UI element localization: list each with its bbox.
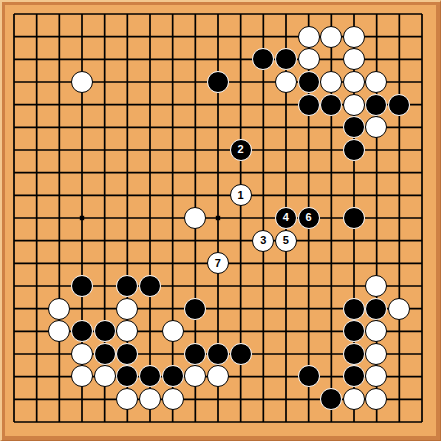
intersection-8-16[interactable] bbox=[184, 365, 207, 388]
intersection-12-3[interactable] bbox=[275, 71, 298, 94]
intersection-16-15[interactable] bbox=[365, 343, 388, 366]
intersection-14-17[interactable] bbox=[320, 388, 343, 411]
intersection-6-4[interactable] bbox=[139, 93, 162, 116]
intersection-13-3[interactable] bbox=[297, 71, 320, 94]
intersection-6-13[interactable] bbox=[139, 297, 162, 320]
intersection-4-16[interactable] bbox=[93, 365, 116, 388]
intersection-1-8[interactable] bbox=[25, 184, 48, 207]
intersection-8-2[interactable] bbox=[184, 48, 207, 71]
intersection-9-2[interactable] bbox=[207, 48, 230, 71]
intersection-10-0[interactable] bbox=[229, 3, 252, 26]
intersection-6-3[interactable] bbox=[139, 71, 162, 94]
intersection-6-11[interactable] bbox=[139, 252, 162, 275]
intersection-12-1[interactable] bbox=[275, 25, 298, 48]
intersection-15-1[interactable] bbox=[343, 25, 366, 48]
intersection-0-6[interactable] bbox=[3, 139, 26, 162]
intersection-8-18[interactable] bbox=[184, 410, 207, 433]
intersection-15-8[interactable] bbox=[343, 184, 366, 207]
intersection-15-18[interactable] bbox=[343, 410, 366, 433]
intersection-11-9[interactable] bbox=[252, 207, 275, 230]
intersection-14-2[interactable] bbox=[320, 48, 343, 71]
intersection-2-18[interactable] bbox=[48, 410, 71, 433]
intersection-4-11[interactable] bbox=[93, 252, 116, 275]
intersection-16-8[interactable] bbox=[365, 184, 388, 207]
intersection-6-17[interactable] bbox=[139, 388, 162, 411]
intersection-15-17[interactable] bbox=[343, 388, 366, 411]
intersection-11-18[interactable] bbox=[252, 410, 275, 433]
intersection-7-8[interactable] bbox=[161, 184, 184, 207]
intersection-5-18[interactable] bbox=[116, 410, 139, 433]
intersection-1-1[interactable] bbox=[25, 25, 48, 48]
intersection-14-7[interactable] bbox=[320, 161, 343, 184]
intersection-10-9[interactable] bbox=[229, 207, 252, 230]
intersection-7-14[interactable] bbox=[161, 320, 184, 343]
intersection-17-15[interactable] bbox=[388, 343, 411, 366]
intersection-2-12[interactable] bbox=[48, 275, 71, 298]
intersection-15-0[interactable] bbox=[343, 3, 366, 26]
intersection-18-5[interactable] bbox=[410, 116, 433, 139]
intersection-8-3[interactable] bbox=[184, 71, 207, 94]
intersection-12-12[interactable] bbox=[275, 275, 298, 298]
intersection-9-1[interactable] bbox=[207, 25, 230, 48]
intersection-4-6[interactable] bbox=[93, 139, 116, 162]
intersection-12-4[interactable] bbox=[275, 93, 298, 116]
intersection-0-5[interactable] bbox=[3, 116, 26, 139]
intersection-12-14[interactable] bbox=[275, 320, 298, 343]
intersection-7-4[interactable] bbox=[161, 93, 184, 116]
intersection-7-6[interactable] bbox=[161, 139, 184, 162]
intersection-7-13[interactable] bbox=[161, 297, 184, 320]
intersection-10-11[interactable] bbox=[229, 252, 252, 275]
intersection-17-5[interactable] bbox=[388, 116, 411, 139]
intersection-8-4[interactable] bbox=[184, 93, 207, 116]
intersection-8-6[interactable] bbox=[184, 139, 207, 162]
intersection-12-18[interactable] bbox=[275, 410, 298, 433]
intersection-3-13[interactable] bbox=[71, 297, 94, 320]
intersection-17-2[interactable] bbox=[388, 48, 411, 71]
intersection-18-4[interactable] bbox=[410, 93, 433, 116]
intersection-10-12[interactable] bbox=[229, 275, 252, 298]
intersection-11-3[interactable] bbox=[252, 71, 275, 94]
intersection-16-6[interactable] bbox=[365, 139, 388, 162]
intersection-2-6[interactable] bbox=[48, 139, 71, 162]
intersection-16-3[interactable] bbox=[365, 71, 388, 94]
intersection-5-6[interactable] bbox=[116, 139, 139, 162]
intersection-6-0[interactable] bbox=[139, 3, 162, 26]
intersection-14-3[interactable] bbox=[320, 71, 343, 94]
intersection-8-12[interactable] bbox=[184, 275, 207, 298]
intersection-6-5[interactable] bbox=[139, 116, 162, 139]
intersection-15-15[interactable] bbox=[343, 343, 366, 366]
intersection-13-1[interactable] bbox=[297, 25, 320, 48]
intersection-13-10[interactable] bbox=[297, 229, 320, 252]
intersection-12-9[interactable]: 4 bbox=[275, 207, 298, 230]
intersection-1-14[interactable] bbox=[25, 320, 48, 343]
intersection-7-3[interactable] bbox=[161, 71, 184, 94]
intersection-8-14[interactable] bbox=[184, 320, 207, 343]
intersection-18-0[interactable] bbox=[410, 3, 433, 26]
intersection-10-4[interactable] bbox=[229, 93, 252, 116]
intersection-3-8[interactable] bbox=[71, 184, 94, 207]
intersection-17-1[interactable] bbox=[388, 25, 411, 48]
intersection-11-0[interactable] bbox=[252, 3, 275, 26]
intersection-0-18[interactable] bbox=[3, 410, 26, 433]
intersection-17-11[interactable] bbox=[388, 252, 411, 275]
intersection-13-2[interactable] bbox=[297, 48, 320, 71]
intersection-9-14[interactable] bbox=[207, 320, 230, 343]
intersection-16-17[interactable] bbox=[365, 388, 388, 411]
intersection-11-14[interactable] bbox=[252, 320, 275, 343]
intersection-3-9[interactable] bbox=[71, 207, 94, 230]
intersection-0-16[interactable] bbox=[3, 365, 26, 388]
intersection-4-14[interactable] bbox=[93, 320, 116, 343]
intersection-4-10[interactable] bbox=[93, 229, 116, 252]
intersection-2-4[interactable] bbox=[48, 93, 71, 116]
intersection-2-3[interactable] bbox=[48, 71, 71, 94]
intersection-5-17[interactable] bbox=[116, 388, 139, 411]
intersection-6-1[interactable] bbox=[139, 25, 162, 48]
intersection-13-5[interactable] bbox=[297, 116, 320, 139]
intersection-8-8[interactable] bbox=[184, 184, 207, 207]
intersection-3-17[interactable] bbox=[71, 388, 94, 411]
intersection-9-10[interactable] bbox=[207, 229, 230, 252]
intersection-11-16[interactable] bbox=[252, 365, 275, 388]
intersection-7-9[interactable] bbox=[161, 207, 184, 230]
intersection-12-7[interactable] bbox=[275, 161, 298, 184]
intersection-0-0[interactable] bbox=[3, 3, 26, 26]
intersection-14-15[interactable] bbox=[320, 343, 343, 366]
intersection-12-17[interactable] bbox=[275, 388, 298, 411]
intersection-2-0[interactable] bbox=[48, 3, 71, 26]
intersection-17-9[interactable] bbox=[388, 207, 411, 230]
intersection-11-2[interactable] bbox=[252, 48, 275, 71]
intersection-12-2[interactable] bbox=[275, 48, 298, 71]
intersection-15-7[interactable] bbox=[343, 161, 366, 184]
intersection-2-10[interactable] bbox=[48, 229, 71, 252]
intersection-0-8[interactable] bbox=[3, 184, 26, 207]
intersection-17-4[interactable] bbox=[388, 93, 411, 116]
intersection-16-12[interactable] bbox=[365, 275, 388, 298]
intersection-0-14[interactable] bbox=[3, 320, 26, 343]
intersection-8-9[interactable] bbox=[184, 207, 207, 230]
intersection-1-3[interactable] bbox=[25, 71, 48, 94]
intersection-7-10[interactable] bbox=[161, 229, 184, 252]
intersection-13-16[interactable] bbox=[297, 365, 320, 388]
intersection-7-2[interactable] bbox=[161, 48, 184, 71]
intersection-8-1[interactable] bbox=[184, 25, 207, 48]
intersection-7-17[interactable] bbox=[161, 388, 184, 411]
intersection-14-18[interactable] bbox=[320, 410, 343, 433]
intersection-9-12[interactable] bbox=[207, 275, 230, 298]
intersection-18-12[interactable] bbox=[410, 275, 433, 298]
intersection-5-12[interactable] bbox=[116, 275, 139, 298]
intersection-12-6[interactable] bbox=[275, 139, 298, 162]
intersection-6-15[interactable] bbox=[139, 343, 162, 366]
intersection-18-18[interactable] bbox=[410, 410, 433, 433]
intersection-10-5[interactable] bbox=[229, 116, 252, 139]
intersection-9-13[interactable] bbox=[207, 297, 230, 320]
intersection-13-6[interactable] bbox=[297, 139, 320, 162]
intersection-2-14[interactable] bbox=[48, 320, 71, 343]
intersection-2-16[interactable] bbox=[48, 365, 71, 388]
intersection-18-9[interactable] bbox=[410, 207, 433, 230]
intersection-6-9[interactable] bbox=[139, 207, 162, 230]
intersection-17-14[interactable] bbox=[388, 320, 411, 343]
intersection-5-16[interactable] bbox=[116, 365, 139, 388]
intersection-13-18[interactable] bbox=[297, 410, 320, 433]
intersection-18-1[interactable] bbox=[410, 25, 433, 48]
intersection-3-3[interactable] bbox=[71, 71, 94, 94]
intersection-4-5[interactable] bbox=[93, 116, 116, 139]
intersection-17-12[interactable] bbox=[388, 275, 411, 298]
intersection-16-4[interactable] bbox=[365, 93, 388, 116]
intersection-10-18[interactable] bbox=[229, 410, 252, 433]
intersection-4-13[interactable] bbox=[93, 297, 116, 320]
intersection-5-2[interactable] bbox=[116, 48, 139, 71]
intersection-17-6[interactable] bbox=[388, 139, 411, 162]
intersection-6-8[interactable] bbox=[139, 184, 162, 207]
intersection-1-5[interactable] bbox=[25, 116, 48, 139]
intersection-11-10[interactable]: 3 bbox=[252, 229, 275, 252]
intersection-16-9[interactable] bbox=[365, 207, 388, 230]
intersection-11-8[interactable] bbox=[252, 184, 275, 207]
intersection-14-14[interactable] bbox=[320, 320, 343, 343]
intersection-3-1[interactable] bbox=[71, 25, 94, 48]
intersection-1-15[interactable] bbox=[25, 343, 48, 366]
intersection-13-13[interactable] bbox=[297, 297, 320, 320]
intersection-0-2[interactable] bbox=[3, 48, 26, 71]
intersection-0-3[interactable] bbox=[3, 71, 26, 94]
intersection-3-10[interactable] bbox=[71, 229, 94, 252]
intersection-17-10[interactable] bbox=[388, 229, 411, 252]
intersection-6-18[interactable] bbox=[139, 410, 162, 433]
intersection-15-2[interactable] bbox=[343, 48, 366, 71]
intersection-15-5[interactable] bbox=[343, 116, 366, 139]
intersection-7-5[interactable] bbox=[161, 116, 184, 139]
intersection-9-6[interactable] bbox=[207, 139, 230, 162]
intersection-18-11[interactable] bbox=[410, 252, 433, 275]
intersection-15-12[interactable] bbox=[343, 275, 366, 298]
intersection-14-0[interactable] bbox=[320, 3, 343, 26]
intersection-5-5[interactable] bbox=[116, 116, 139, 139]
intersection-13-15[interactable] bbox=[297, 343, 320, 366]
intersection-11-7[interactable] bbox=[252, 161, 275, 184]
intersection-15-4[interactable] bbox=[343, 93, 366, 116]
intersection-12-13[interactable] bbox=[275, 297, 298, 320]
intersection-3-6[interactable] bbox=[71, 139, 94, 162]
intersection-16-13[interactable] bbox=[365, 297, 388, 320]
intersection-10-10[interactable] bbox=[229, 229, 252, 252]
intersection-5-11[interactable] bbox=[116, 252, 139, 275]
intersection-11-15[interactable] bbox=[252, 343, 275, 366]
intersection-5-4[interactable] bbox=[116, 93, 139, 116]
intersection-12-16[interactable] bbox=[275, 365, 298, 388]
intersection-11-13[interactable] bbox=[252, 297, 275, 320]
intersection-5-3[interactable] bbox=[116, 71, 139, 94]
intersection-17-13[interactable] bbox=[388, 297, 411, 320]
intersection-9-9[interactable] bbox=[207, 207, 230, 230]
intersection-9-16[interactable] bbox=[207, 365, 230, 388]
intersection-7-0[interactable] bbox=[161, 3, 184, 26]
intersection-12-10[interactable]: 5 bbox=[275, 229, 298, 252]
intersection-3-0[interactable] bbox=[71, 3, 94, 26]
intersection-7-1[interactable] bbox=[161, 25, 184, 48]
intersection-17-0[interactable] bbox=[388, 3, 411, 26]
intersection-16-0[interactable] bbox=[365, 3, 388, 26]
intersection-8-0[interactable] bbox=[184, 3, 207, 26]
intersection-11-5[interactable] bbox=[252, 116, 275, 139]
intersection-18-13[interactable] bbox=[410, 297, 433, 320]
intersection-13-12[interactable] bbox=[297, 275, 320, 298]
intersection-10-7[interactable] bbox=[229, 161, 252, 184]
intersection-3-5[interactable] bbox=[71, 116, 94, 139]
intersection-6-14[interactable] bbox=[139, 320, 162, 343]
intersection-9-4[interactable] bbox=[207, 93, 230, 116]
intersection-14-9[interactable] bbox=[320, 207, 343, 230]
intersection-3-7[interactable] bbox=[71, 161, 94, 184]
intersection-11-11[interactable] bbox=[252, 252, 275, 275]
intersection-5-13[interactable] bbox=[116, 297, 139, 320]
intersection-1-6[interactable] bbox=[25, 139, 48, 162]
intersection-17-16[interactable] bbox=[388, 365, 411, 388]
intersection-2-7[interactable] bbox=[48, 161, 71, 184]
intersection-15-16[interactable] bbox=[343, 365, 366, 388]
intersection-5-7[interactable] bbox=[116, 161, 139, 184]
intersection-2-2[interactable] bbox=[48, 48, 71, 71]
intersection-15-3[interactable] bbox=[343, 71, 366, 94]
intersection-12-5[interactable] bbox=[275, 116, 298, 139]
intersection-10-17[interactable] bbox=[229, 388, 252, 411]
intersection-1-18[interactable] bbox=[25, 410, 48, 433]
intersection-4-0[interactable] bbox=[93, 3, 116, 26]
intersection-16-5[interactable] bbox=[365, 116, 388, 139]
intersection-8-11[interactable] bbox=[184, 252, 207, 275]
intersection-16-16[interactable] bbox=[365, 365, 388, 388]
intersection-11-4[interactable] bbox=[252, 93, 275, 116]
intersection-10-15[interactable] bbox=[229, 343, 252, 366]
intersection-14-4[interactable] bbox=[320, 93, 343, 116]
intersection-17-18[interactable] bbox=[388, 410, 411, 433]
intersection-18-8[interactable] bbox=[410, 184, 433, 207]
intersection-15-13[interactable] bbox=[343, 297, 366, 320]
intersection-0-9[interactable] bbox=[3, 207, 26, 230]
intersection-15-9[interactable] bbox=[343, 207, 366, 230]
intersection-4-1[interactable] bbox=[93, 25, 116, 48]
intersection-18-3[interactable] bbox=[410, 71, 433, 94]
intersection-0-13[interactable] bbox=[3, 297, 26, 320]
intersection-5-0[interactable] bbox=[116, 3, 139, 26]
intersection-13-7[interactable] bbox=[297, 161, 320, 184]
intersection-1-16[interactable] bbox=[25, 365, 48, 388]
intersection-12-0[interactable] bbox=[275, 3, 298, 26]
intersection-7-18[interactable] bbox=[161, 410, 184, 433]
intersection-14-5[interactable] bbox=[320, 116, 343, 139]
intersection-1-7[interactable] bbox=[25, 161, 48, 184]
intersection-14-16[interactable] bbox=[320, 365, 343, 388]
intersection-5-1[interactable] bbox=[116, 25, 139, 48]
intersection-18-7[interactable] bbox=[410, 161, 433, 184]
intersection-2-8[interactable] bbox=[48, 184, 71, 207]
intersection-4-9[interactable] bbox=[93, 207, 116, 230]
intersection-9-3[interactable] bbox=[207, 71, 230, 94]
intersection-6-6[interactable] bbox=[139, 139, 162, 162]
intersection-12-8[interactable] bbox=[275, 184, 298, 207]
intersection-7-16[interactable] bbox=[161, 365, 184, 388]
intersection-2-9[interactable] bbox=[48, 207, 71, 230]
intersection-5-8[interactable] bbox=[116, 184, 139, 207]
intersection-1-11[interactable] bbox=[25, 252, 48, 275]
intersection-4-2[interactable] bbox=[93, 48, 116, 71]
intersection-10-1[interactable] bbox=[229, 25, 252, 48]
intersection-3-2[interactable] bbox=[71, 48, 94, 71]
intersection-14-6[interactable] bbox=[320, 139, 343, 162]
intersection-3-15[interactable] bbox=[71, 343, 94, 366]
intersection-0-10[interactable] bbox=[3, 229, 26, 252]
intersection-1-17[interactable] bbox=[25, 388, 48, 411]
intersection-16-14[interactable] bbox=[365, 320, 388, 343]
intersection-2-1[interactable] bbox=[48, 25, 71, 48]
intersection-2-13[interactable] bbox=[48, 297, 71, 320]
intersection-5-15[interactable] bbox=[116, 343, 139, 366]
intersection-0-12[interactable] bbox=[3, 275, 26, 298]
intersection-1-0[interactable] bbox=[25, 3, 48, 26]
intersection-1-10[interactable] bbox=[25, 229, 48, 252]
intersection-7-11[interactable] bbox=[161, 252, 184, 275]
intersection-6-12[interactable] bbox=[139, 275, 162, 298]
intersection-14-1[interactable] bbox=[320, 25, 343, 48]
intersection-18-6[interactable] bbox=[410, 139, 433, 162]
intersection-0-7[interactable] bbox=[3, 161, 26, 184]
intersection-1-12[interactable] bbox=[25, 275, 48, 298]
intersection-4-15[interactable] bbox=[93, 343, 116, 366]
intersection-18-15[interactable] bbox=[410, 343, 433, 366]
intersection-3-11[interactable] bbox=[71, 252, 94, 275]
intersection-11-12[interactable] bbox=[252, 275, 275, 298]
intersection-9-0[interactable] bbox=[207, 3, 230, 26]
intersection-4-3[interactable] bbox=[93, 71, 116, 94]
intersection-8-17[interactable] bbox=[184, 388, 207, 411]
intersection-13-9[interactable]: 6 bbox=[297, 207, 320, 230]
intersection-8-13[interactable] bbox=[184, 297, 207, 320]
intersection-17-17[interactable] bbox=[388, 388, 411, 411]
intersection-8-15[interactable] bbox=[184, 343, 207, 366]
intersection-10-14[interactable] bbox=[229, 320, 252, 343]
intersection-18-14[interactable] bbox=[410, 320, 433, 343]
intersection-11-1[interactable] bbox=[252, 25, 275, 48]
intersection-12-11[interactable] bbox=[275, 252, 298, 275]
intersection-10-8[interactable]: 1 bbox=[229, 184, 252, 207]
intersection-13-11[interactable] bbox=[297, 252, 320, 275]
intersection-18-10[interactable] bbox=[410, 229, 433, 252]
intersection-1-9[interactable] bbox=[25, 207, 48, 230]
intersection-0-17[interactable] bbox=[3, 388, 26, 411]
intersection-9-17[interactable] bbox=[207, 388, 230, 411]
intersection-4-7[interactable] bbox=[93, 161, 116, 184]
intersection-10-16[interactable] bbox=[229, 365, 252, 388]
intersection-4-4[interactable] bbox=[93, 93, 116, 116]
intersection-4-17[interactable] bbox=[93, 388, 116, 411]
intersection-15-11[interactable] bbox=[343, 252, 366, 275]
intersection-16-18[interactable] bbox=[365, 410, 388, 433]
intersection-15-14[interactable] bbox=[343, 320, 366, 343]
intersection-13-4[interactable] bbox=[297, 93, 320, 116]
intersection-16-11[interactable] bbox=[365, 252, 388, 275]
intersection-16-7[interactable] bbox=[365, 161, 388, 184]
intersection-4-8[interactable] bbox=[93, 184, 116, 207]
intersection-6-2[interactable] bbox=[139, 48, 162, 71]
intersection-3-18[interactable] bbox=[71, 410, 94, 433]
intersection-8-7[interactable] bbox=[184, 161, 207, 184]
